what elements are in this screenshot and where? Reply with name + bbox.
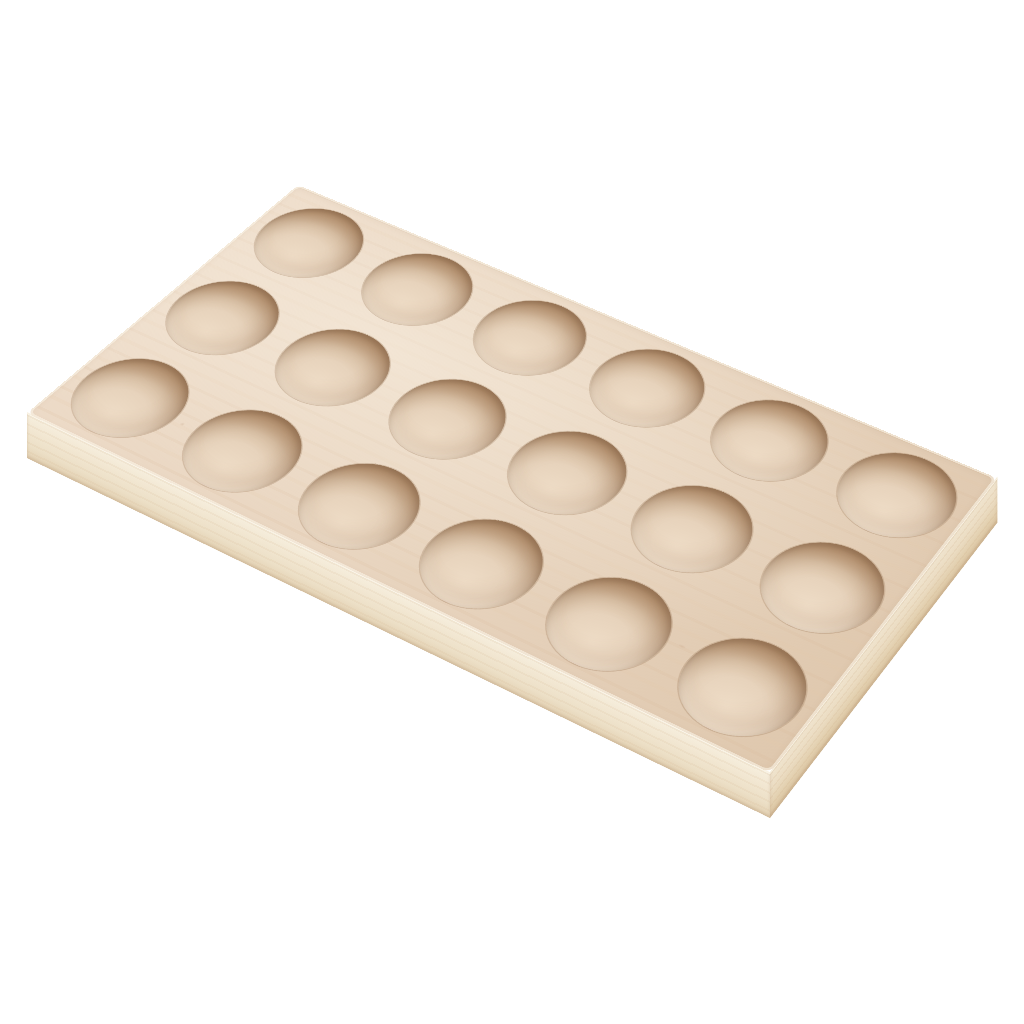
pit-r2c5[interactable] [609,470,775,589]
pit-r1c1[interactable] [233,196,385,290]
product-photo [0,0,1024,1024]
pit-r1c5[interactable] [689,386,848,497]
pit-r2c2[interactable] [253,316,413,421]
pit-r2c4[interactable] [485,417,649,531]
pit-r2c3[interactable] [366,365,528,474]
pit-r1c3[interactable] [452,287,608,389]
pit-r1c2[interactable] [340,241,494,339]
pit-r2c1[interactable] [143,268,301,369]
pit-r1c4[interactable] [568,335,726,442]
